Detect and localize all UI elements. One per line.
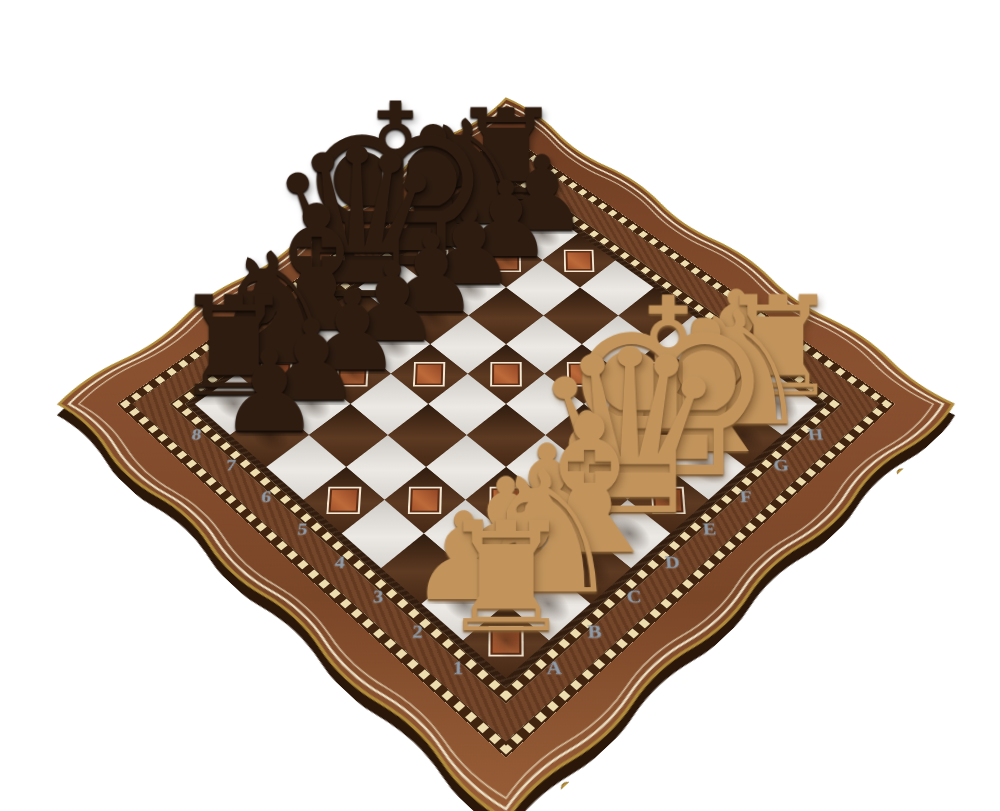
rank-label-1: 1 [452,657,463,679]
dotted-ribbon-inner: ♜♟♟♜♞♟♟♞♝♟♟♝♚♟♟♚♛♟♟♛♝♟♟♝♞♟♟♞♜♟♟♜ [169,166,842,704]
piece-white-rook[interactable]: ♜ [363,502,650,654]
chess-set-photo: ♜♟♟♜♞♟♟♞♝♟♟♝♚♟♟♚♛♟♟♛♝♟♟♝♞♟♟♞♜♟♟♜ 8765432… [0,0,1000,811]
piece-black-pawn[interactable]: ♟ [138,334,402,448]
brass-pin [895,467,911,480]
brass-pin [559,780,577,797]
rank-label-6: 6 [260,487,272,506]
board-plane: ♜♟♟♜♞♟♟♞♝♟♟♝♚♟♟♚♛♟♟♛♝♟♟♝♞♟♟♞♜♟♟♜ 8765432… [39,87,972,811]
